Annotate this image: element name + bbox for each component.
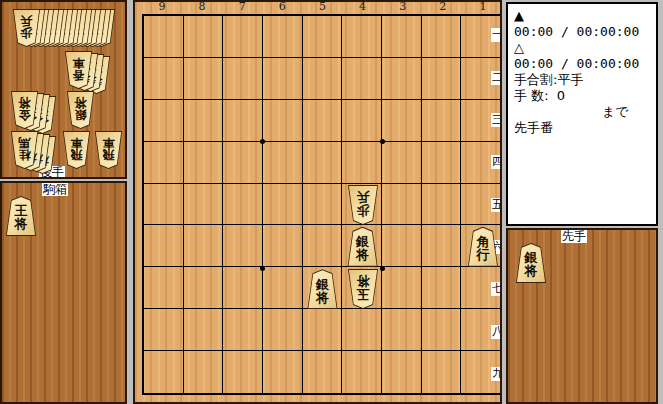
shogi-piece-銀将[interactable]: 銀将 <box>347 227 379 267</box>
file-label-2: 2 <box>423 1 463 13</box>
shogi-piece-飛車[interactable]: 飛車 <box>62 131 91 169</box>
board-square-6九[interactable] <box>263 351 303 393</box>
board-square-5三[interactable] <box>303 100 343 142</box>
shogi-piece-歩兵[interactable]: 歩兵 <box>347 185 379 225</box>
rank-label-8: 八 <box>491 325 502 339</box>
board-square-6一[interactable] <box>263 16 303 58</box>
shogi-piece-角行[interactable]: 角行 <box>467 227 499 267</box>
board-square-7六[interactable] <box>223 225 263 267</box>
board-square-6二[interactable] <box>263 58 303 100</box>
board-square-3九[interactable] <box>382 351 422 393</box>
piece-kanji: 銀将 <box>307 269 339 309</box>
board-square-4二[interactable] <box>342 58 382 100</box>
board-square-3四[interactable] <box>382 142 422 184</box>
board-square-3三[interactable] <box>382 100 422 142</box>
sente-mark: ▲ <box>514 8 656 24</box>
hoshi-point <box>380 266 385 271</box>
shogi-piece-香車[interactable]: 香車 <box>64 51 93 89</box>
shogi-piece-桂馬[interactable]: 桂馬 <box>10 131 39 169</box>
shogi-piece-金将[interactable]: 金将 <box>10 91 39 129</box>
piece-box-label: 駒箱 <box>42 183 68 196</box>
board-square-7一[interactable] <box>223 16 263 58</box>
board-square-4八[interactable] <box>342 309 382 351</box>
board-square-7三[interactable] <box>223 100 263 142</box>
board-square-5五[interactable] <box>303 184 343 226</box>
rank-label-9: 九 <box>491 367 502 381</box>
board-square-6三[interactable] <box>263 100 303 142</box>
shogi-piece-王将[interactable]: 王将 <box>5 196 37 236</box>
board-square-2四[interactable] <box>422 142 462 184</box>
board-square-2八[interactable] <box>422 309 462 351</box>
piece-kanji: 歩兵 <box>347 185 379 225</box>
rank-label-7: 七 <box>491 282 502 296</box>
board-square-5九[interactable] <box>303 351 343 393</box>
shogi-piece-銀将[interactable]: 銀将 <box>515 243 547 283</box>
file-label-9: 9 <box>142 1 182 13</box>
file-label-3: 3 <box>383 1 423 13</box>
file-label-8: 8 <box>182 1 222 13</box>
hoshi-point <box>260 266 265 271</box>
shogi-piece-銀将[interactable]: 銀将 <box>66 91 95 129</box>
board-square-3八[interactable] <box>382 309 422 351</box>
board-square-8八[interactable] <box>184 309 224 351</box>
gote-mark: △ <box>514 40 656 56</box>
piece-kanji: 桂馬 <box>10 131 39 169</box>
piece-kanji: 歩兵 <box>12 9 41 47</box>
board-square-5二[interactable] <box>303 58 343 100</box>
board-square-8三[interactable] <box>184 100 224 142</box>
file-label-7: 7 <box>222 1 262 13</box>
board-square-8七[interactable] <box>184 267 224 309</box>
board-square-9五[interactable] <box>144 184 184 226</box>
rank-label-5: 五 <box>491 198 502 212</box>
board-square-7八[interactable] <box>223 309 263 351</box>
sente-clock: 00:00 / 00:00:00 <box>514 24 656 40</box>
piece-kanji: 銀将 <box>515 243 547 283</box>
board-square-8九[interactable] <box>184 351 224 393</box>
board-square-9二[interactable] <box>144 58 184 100</box>
board-square-2一[interactable] <box>422 16 462 58</box>
board-square-6六[interactable] <box>263 225 303 267</box>
board-square-4一[interactable] <box>342 16 382 58</box>
board-square-9九[interactable] <box>144 351 184 393</box>
turn-indicator: 先手番 <box>514 120 656 136</box>
sente-tray-label: 先手 <box>561 230 587 243</box>
board-square-5四[interactable] <box>303 142 343 184</box>
board-square-6四[interactable] <box>263 142 303 184</box>
file-label-6: 6 <box>262 1 302 13</box>
handicap-line: 手合割:平手 <box>514 72 656 88</box>
board-square-9七[interactable] <box>144 267 184 309</box>
board-square-5六[interactable] <box>303 225 343 267</box>
hoshi-point <box>380 139 385 144</box>
board-square-2七[interactable] <box>422 267 462 309</box>
board-square-3二[interactable] <box>382 58 422 100</box>
gote-clock: 00:00 / 00:00:00 <box>514 56 656 72</box>
board-square-8五[interactable] <box>184 184 224 226</box>
board-square-8四[interactable] <box>184 142 224 184</box>
rank-label-1: 一 <box>491 28 502 42</box>
board-square-7七[interactable] <box>223 267 263 309</box>
board-square-8一[interactable] <box>184 16 224 58</box>
piece-kanji: 飛車 <box>62 131 91 169</box>
board-square-3七[interactable] <box>382 267 422 309</box>
board-square-2五[interactable] <box>422 184 462 226</box>
shogi-piece-飛車[interactable]: 飛車 <box>94 131 123 169</box>
move-count-line: 手 数: 0 <box>514 88 656 104</box>
shogi-piece-玉将[interactable]: 玉将 <box>347 269 379 309</box>
hoshi-point <box>260 139 265 144</box>
board-square-3六[interactable] <box>382 225 422 267</box>
piece-box[interactable]: 駒箱 王将 <box>0 181 127 404</box>
gote-hand-tray[interactable]: 後手 歩兵歩兵歩兵歩兵歩兵歩兵歩兵歩兵歩兵歩兵歩兵歩兵歩兵歩兵歩兵歩兵歩兵香車香… <box>0 0 127 179</box>
file-label-4: 4 <box>343 1 383 13</box>
board-square-7九[interactable] <box>223 351 263 393</box>
board-square-6八[interactable] <box>263 309 303 351</box>
rank-label-4: 四 <box>491 155 502 169</box>
piece-kanji: 王将 <box>5 196 37 236</box>
board-square-9一[interactable] <box>144 16 184 58</box>
board-square-3一[interactable] <box>382 16 422 58</box>
piece-kanji: 銀将 <box>347 227 379 267</box>
shogi-piece-銀将[interactable]: 銀将 <box>307 269 339 309</box>
board-square-9三[interactable] <box>144 100 184 142</box>
board-square-2三[interactable] <box>422 100 462 142</box>
made-label: まで <box>514 104 656 120</box>
info-panel: ▲ 00:00 / 00:00:00 △ 00:00 / 00:00:00 手合… <box>506 2 658 226</box>
shogi-piece-歩兵[interactable]: 歩兵 <box>12 9 41 47</box>
board-square-7四[interactable] <box>223 142 263 184</box>
piece-kanji: 香車 <box>64 51 93 89</box>
board-square-4四[interactable] <box>342 142 382 184</box>
board-square-9四[interactable] <box>144 142 184 184</box>
board-square-7二[interactable] <box>223 58 263 100</box>
shogi-board[interactable]: 987654321一二三四五六七八九歩兵銀将角行銀将玉将 <box>133 0 502 404</box>
file-label-5: 5 <box>302 1 342 13</box>
piece-kanji: 銀将 <box>66 91 95 129</box>
board-grid[interactable] <box>142 14 502 395</box>
board-square-4三[interactable] <box>342 100 382 142</box>
board-square-7五[interactable] <box>223 184 263 226</box>
board-square-2九[interactable] <box>422 351 462 393</box>
piece-kanji: 金将 <box>10 91 39 129</box>
board-square-9八[interactable] <box>144 309 184 351</box>
board-square-4九[interactable] <box>342 351 382 393</box>
rank-label-2: 二 <box>491 71 502 85</box>
piece-kanji: 玉将 <box>347 269 379 309</box>
board-square-2六[interactable] <box>422 225 462 267</box>
board-square-9六[interactable] <box>144 225 184 267</box>
board-square-8六[interactable] <box>184 225 224 267</box>
board-square-2二[interactable] <box>422 58 462 100</box>
piece-kanji: 飛車 <box>94 131 123 169</box>
piece-kanji: 角行 <box>467 227 499 267</box>
board-square-6七[interactable] <box>263 267 303 309</box>
board-square-8二[interactable] <box>184 58 224 100</box>
board-square-5八[interactable] <box>303 309 343 351</box>
rank-label-3: 三 <box>491 113 502 127</box>
board-square-5一[interactable] <box>303 16 343 58</box>
sente-hand-tray[interactable]: 先手 銀将 <box>506 228 658 404</box>
board-square-3五[interactable] <box>382 184 422 226</box>
file-label-1: 1 <box>463 1 502 13</box>
board-square-6五[interactable] <box>263 184 303 226</box>
